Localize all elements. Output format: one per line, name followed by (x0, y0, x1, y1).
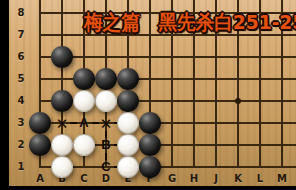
row-label-2: 2 (11, 139, 31, 151)
problem-title: 梅之篇 黑先杀白251-255题 (84, 9, 281, 35)
row-label-4: 4 (11, 95, 31, 107)
column-label-K: K (230, 173, 246, 185)
row-label-3: 3 (11, 117, 31, 129)
column-label-L: L (252, 173, 268, 185)
white-stone-E3[interactable] (117, 112, 139, 134)
column-label-J: J (208, 173, 224, 185)
grid-line-horizontal-1 (39, 166, 296, 168)
black-stone-C5[interactable] (73, 68, 95, 90)
row-label-6: 6 (11, 51, 31, 63)
black-stone-A2[interactable] (29, 134, 51, 156)
white-stone-C4[interactable] (73, 90, 95, 112)
black-stone-B6[interactable] (51, 46, 73, 68)
video-frame: 12345678ABCDEFGHJKLM✕A✕BC 梅之篇 黑先杀白251-25… (0, 0, 296, 190)
row-label-1: 1 (11, 161, 31, 173)
white-stone-E2[interactable] (117, 134, 139, 156)
black-stone-E5[interactable] (117, 68, 139, 90)
column-label-M: M (274, 173, 290, 185)
white-stone-B2[interactable] (51, 134, 73, 156)
column-label-A: A (32, 173, 48, 185)
marker-letter-D1[interactable]: C (97, 160, 115, 173)
white-stone-C2[interactable] (73, 134, 95, 156)
marker-letter-C3[interactable]: A (75, 116, 93, 129)
column-label-G: G (164, 173, 180, 185)
black-stone-B4[interactable] (51, 90, 73, 112)
row-label-7: 7 (11, 29, 31, 41)
black-stone-A3[interactable] (29, 112, 51, 134)
bottom-black-bar (0, 186, 296, 190)
black-stone-E4[interactable] (117, 90, 139, 112)
black-stone-D5[interactable] (95, 68, 117, 90)
column-label-D: D (98, 173, 114, 185)
grid-line-horizontal-6 (39, 56, 296, 58)
white-stone-E1[interactable] (117, 156, 139, 178)
marker-cross-B3[interactable]: ✕ (53, 116, 71, 131)
black-stone-F2[interactable] (139, 134, 161, 156)
star-point-K4 (235, 98, 241, 104)
white-stone-D4[interactable] (95, 90, 117, 112)
black-stone-F1[interactable] (139, 156, 161, 178)
column-label-H: H (186, 173, 202, 185)
marker-cross-D3[interactable]: ✕ (97, 116, 115, 131)
row-label-5: 5 (11, 73, 31, 85)
left-black-bar (0, 0, 9, 190)
white-stone-B1[interactable] (51, 156, 73, 178)
black-stone-F3[interactable] (139, 112, 161, 134)
column-label-C: C (76, 173, 92, 185)
marker-letter-D2[interactable]: B (97, 138, 115, 151)
row-label-8: 8 (11, 7, 31, 19)
